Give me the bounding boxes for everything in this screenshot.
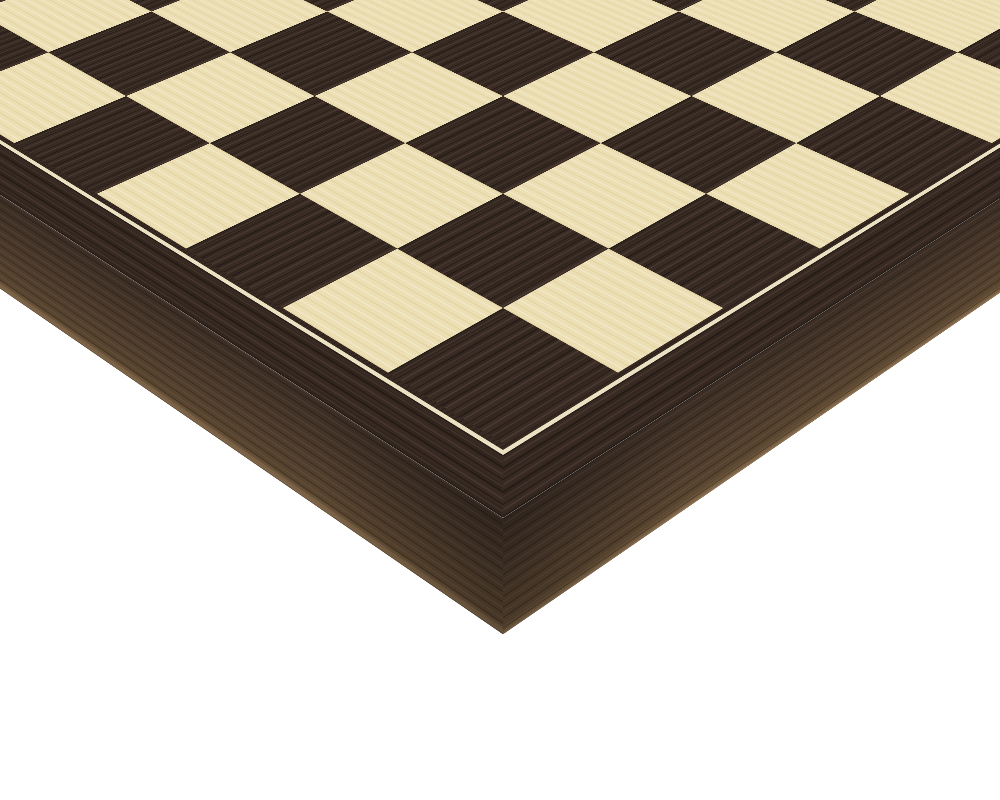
board-top-face <box>0 0 1000 518</box>
chess-board <box>0 0 1000 518</box>
product-photo-scene <box>0 0 1000 800</box>
